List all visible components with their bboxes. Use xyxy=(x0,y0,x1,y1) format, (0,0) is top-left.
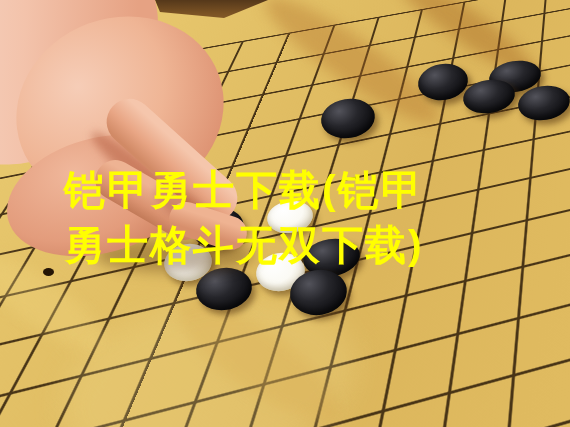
caption-overlay: 铠甲勇士下载(铠甲 勇士格斗无双下载) xyxy=(64,163,424,273)
caption-line-1: 铠甲勇士下载(铠甲 xyxy=(64,163,424,218)
caption-line-2: 勇士格斗无双下载) xyxy=(64,218,424,273)
go-photo-scene: 铠甲勇士下载(铠甲 勇士格斗无双下载) xyxy=(0,0,570,427)
star-point xyxy=(43,268,54,276)
